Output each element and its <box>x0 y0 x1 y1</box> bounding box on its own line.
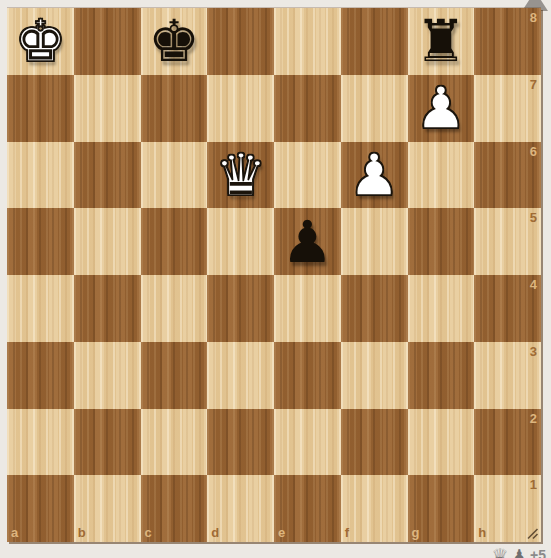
square-f4[interactable] <box>341 275 408 342</box>
rank-label-3: 3 <box>530 344 537 359</box>
square-c6[interactable] <box>141 142 208 209</box>
piece-black-pawn-e5[interactable]: ♟ <box>274 208 341 275</box>
square-b3[interactable] <box>74 342 141 409</box>
file-label-b: b <box>78 525 86 540</box>
square-a1[interactable]: a <box>7 475 74 542</box>
chess-app-canvas: 8765432abcdefgh1 ♚♚♜♟♛♟♟ ♕ ♟ +5 <box>0 0 551 558</box>
square-h6[interactable]: 6 <box>474 142 541 209</box>
square-e8[interactable] <box>274 8 341 75</box>
square-e1[interactable]: e <box>274 475 341 542</box>
square-b7[interactable] <box>74 75 141 142</box>
square-f3[interactable] <box>341 342 408 409</box>
piece-white-pawn-g7[interactable]: ♟ <box>408 75 475 142</box>
square-a6[interactable] <box>7 142 74 209</box>
piece-white-king-a8[interactable]: ♚ <box>7 8 74 75</box>
piece-black-king-c8[interactable]: ♚ <box>141 8 208 75</box>
captured-pawn-icon: ♟ <box>513 546 526 558</box>
captured-pieces-tray: ♕ ♟ +5 <box>492 546 546 558</box>
board-resize-handle[interactable] <box>525 526 539 540</box>
square-e7[interactable] <box>274 75 341 142</box>
rank-label-1: 1 <box>530 477 537 492</box>
square-b5[interactable] <box>74 208 141 275</box>
square-f7[interactable] <box>341 75 408 142</box>
square-f1[interactable]: f <box>341 475 408 542</box>
square-d7[interactable] <box>207 75 274 142</box>
square-a2[interactable] <box>7 409 74 476</box>
rank-label-7: 7 <box>530 77 537 92</box>
piece-white-pawn-f6[interactable]: ♟ <box>341 142 408 209</box>
square-c1[interactable]: c <box>141 475 208 542</box>
square-e4[interactable] <box>274 275 341 342</box>
square-c5[interactable] <box>141 208 208 275</box>
square-h2[interactable]: 2 <box>474 409 541 476</box>
square-g6[interactable] <box>408 142 475 209</box>
file-label-e: e <box>278 525 285 540</box>
file-label-a: a <box>11 525 18 540</box>
square-f2[interactable] <box>341 409 408 476</box>
rank-label-2: 2 <box>530 411 537 426</box>
file-label-d: d <box>211 525 219 540</box>
file-label-g: g <box>412 525 420 540</box>
rank-label-5: 5 <box>530 210 537 225</box>
square-h8[interactable]: 8 <box>474 8 541 75</box>
square-e3[interactable] <box>274 342 341 409</box>
square-b4[interactable] <box>74 275 141 342</box>
captured-queen-icon: ♕ <box>492 546 509 558</box>
chess-board: 8765432abcdefgh1 ♚♚♜♟♛♟♟ <box>7 8 541 542</box>
square-a3[interactable] <box>7 342 74 409</box>
square-c2[interactable] <box>141 409 208 476</box>
file-label-c: c <box>145 525 152 540</box>
square-a4[interactable] <box>7 275 74 342</box>
square-b1[interactable]: b <box>74 475 141 542</box>
square-g2[interactable] <box>408 409 475 476</box>
square-g1[interactable]: g <box>408 475 475 542</box>
square-g4[interactable] <box>408 275 475 342</box>
square-b6[interactable] <box>74 142 141 209</box>
square-h5[interactable]: 5 <box>474 208 541 275</box>
square-h4[interactable]: 4 <box>474 275 541 342</box>
square-f8[interactable] <box>341 8 408 75</box>
square-e6[interactable] <box>274 142 341 209</box>
material-advantage: +5 <box>530 546 546 558</box>
rank-label-4: 4 <box>530 277 537 292</box>
square-d4[interactable] <box>207 275 274 342</box>
square-b2[interactable] <box>74 409 141 476</box>
square-c7[interactable] <box>141 75 208 142</box>
file-label-h: h <box>478 525 486 540</box>
square-d2[interactable] <box>207 409 274 476</box>
square-b8[interactable] <box>74 8 141 75</box>
square-g5[interactable] <box>408 208 475 275</box>
square-a7[interactable] <box>7 75 74 142</box>
square-c4[interactable] <box>141 275 208 342</box>
square-e2[interactable] <box>274 409 341 476</box>
square-d5[interactable] <box>207 208 274 275</box>
rank-label-8: 8 <box>530 10 537 25</box>
square-d1[interactable]: d <box>207 475 274 542</box>
piece-black-rook-g8[interactable]: ♜ <box>408 8 475 75</box>
square-d3[interactable] <box>207 342 274 409</box>
rank-label-6: 6 <box>530 144 537 159</box>
square-d8[interactable] <box>207 8 274 75</box>
piece-white-queen-d6[interactable]: ♛ <box>207 142 274 209</box>
square-f5[interactable] <box>341 208 408 275</box>
square-c3[interactable] <box>141 342 208 409</box>
square-h3[interactable]: 3 <box>474 342 541 409</box>
square-a5[interactable] <box>7 208 74 275</box>
square-g3[interactable] <box>408 342 475 409</box>
file-label-f: f <box>345 525 349 540</box>
square-h7[interactable]: 7 <box>474 75 541 142</box>
